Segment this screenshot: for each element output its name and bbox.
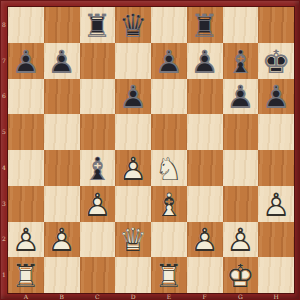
square-d4[interactable]: ♟♙ [115, 150, 151, 186]
white-bishop-outline: ♗ [155, 189, 184, 221]
black-bishop[interactable]: ♝♗ [80, 150, 116, 186]
square-g4[interactable] [223, 150, 259, 186]
file-label-a: A [8, 293, 44, 300]
white-pawn-outline: ♙ [119, 153, 148, 185]
white-pawn[interactable]: ♟♙ [80, 186, 116, 222]
file-labels: ABCDEFGH [8, 293, 294, 300]
white-pawn[interactable]: ♟♙ [115, 150, 151, 186]
square-e1[interactable]: ♜♖ [151, 257, 187, 293]
square-d2[interactable]: ♛♕ [115, 222, 151, 258]
square-b5[interactable] [44, 114, 80, 150]
square-c3[interactable]: ♟♙ [80, 186, 116, 222]
square-c6[interactable] [80, 79, 116, 115]
rank-label-5: 5 [0, 114, 8, 150]
square-d8[interactable]: ♛♕ [115, 7, 151, 43]
file-label-f: F [187, 293, 223, 300]
square-c4[interactable]: ♝♗ [80, 150, 116, 186]
square-e5[interactable] [151, 114, 187, 150]
white-rook-outline: ♖ [155, 260, 184, 292]
square-b2[interactable]: ♟♙ [44, 222, 80, 258]
black-rook-outline: ♖ [190, 10, 219, 42]
white-knight[interactable]: ♞♘ [151, 150, 187, 186]
square-b7[interactable]: ♟♙ [44, 43, 80, 79]
square-f4[interactable] [187, 150, 223, 186]
black-pawn[interactable]: ♟♙ [8, 43, 44, 79]
square-b8[interactable] [44, 7, 80, 43]
black-pawn-outline: ♙ [226, 81, 255, 113]
chess-board[interactable]: ♜♖♛♕♜♖♟♙♟♙♟♙♟♙♝♗♚♔♟♙♟♙♟♙♝♗♟♙♞♘♟♙♝♗♟♙♟♙♟♙… [8, 7, 294, 293]
rank-label-6: 6 [0, 79, 8, 115]
black-pawn[interactable]: ♟♙ [151, 43, 187, 79]
square-e7[interactable]: ♟♙ [151, 43, 187, 79]
square-c7[interactable] [80, 43, 116, 79]
square-d7[interactable] [115, 43, 151, 79]
square-c2[interactable] [80, 222, 116, 258]
black-pawn-outline: ♙ [47, 46, 76, 78]
square-f1[interactable] [187, 257, 223, 293]
square-h1[interactable] [258, 257, 294, 293]
white-king[interactable]: ♚♔ [223, 257, 259, 293]
rank-label-8: 8 [0, 7, 8, 43]
white-rook[interactable]: ♜♖ [151, 257, 187, 293]
file-label-g: G [223, 293, 259, 300]
black-bishop[interactable]: ♝♗ [223, 43, 259, 79]
rank-label-3: 3 [0, 186, 8, 222]
square-a1[interactable]: ♜♖ [8, 257, 44, 293]
white-rook-outline: ♖ [12, 260, 41, 292]
white-pawn-outline: ♙ [190, 224, 219, 256]
white-pawn-outline: ♙ [83, 189, 112, 221]
square-e4[interactable]: ♞♘ [151, 150, 187, 186]
black-king-outline: ♔ [262, 46, 291, 78]
square-a4[interactable] [8, 150, 44, 186]
square-g1[interactable]: ♚♔ [223, 257, 259, 293]
file-label-e: E [151, 293, 187, 300]
black-pawn-outline: ♙ [190, 46, 219, 78]
square-g8[interactable] [223, 7, 259, 43]
square-a5[interactable] [8, 114, 44, 150]
black-pawn[interactable]: ♟♙ [115, 79, 151, 115]
black-queen-outline: ♕ [119, 10, 148, 42]
square-e3[interactable]: ♝♗ [151, 186, 187, 222]
black-pawn-outline: ♙ [262, 81, 291, 113]
rank-label-7: 7 [0, 43, 8, 79]
white-king-outline: ♔ [226, 260, 255, 292]
square-a2[interactable]: ♟♙ [8, 222, 44, 258]
file-label-b: B [44, 293, 80, 300]
square-c1[interactable] [80, 257, 116, 293]
square-b3[interactable] [44, 186, 80, 222]
board-frame: 87654321 ♜♖♛♕♜♖♟♙♟♙♟♙♟♙♝♗♚♔♟♙♟♙♟♙♝♗♟♙♞♘♟… [0, 0, 300, 300]
black-rook-outline: ♖ [83, 10, 112, 42]
black-pawn-outline: ♙ [155, 46, 184, 78]
square-f6[interactable] [187, 79, 223, 115]
file-label-h: H [258, 293, 294, 300]
square-f7[interactable]: ♟♙ [187, 43, 223, 79]
black-rook[interactable]: ♜♖ [187, 7, 223, 43]
square-h8[interactable] [258, 7, 294, 43]
black-bishop-outline: ♗ [226, 46, 255, 78]
square-d3[interactable] [115, 186, 151, 222]
square-c8[interactable]: ♜♖ [80, 7, 116, 43]
square-h7[interactable]: ♚♔ [258, 43, 294, 79]
square-a3[interactable] [8, 186, 44, 222]
square-c5[interactable] [80, 114, 116, 150]
square-g6[interactable]: ♟♙ [223, 79, 259, 115]
white-pawn-outline: ♙ [262, 189, 291, 221]
square-h6[interactable]: ♟♙ [258, 79, 294, 115]
white-rook[interactable]: ♜♖ [8, 257, 44, 293]
square-a6[interactable] [8, 79, 44, 115]
square-f2[interactable]: ♟♙ [187, 222, 223, 258]
square-b6[interactable] [44, 79, 80, 115]
black-pawn[interactable]: ♟♙ [44, 43, 80, 79]
square-h4[interactable] [258, 150, 294, 186]
square-g5[interactable] [223, 114, 259, 150]
square-f5[interactable] [187, 114, 223, 150]
white-queen-outline: ♕ [119, 224, 148, 256]
black-pawn[interactable]: ♟♙ [223, 79, 259, 115]
black-king[interactable]: ♚♔ [258, 43, 294, 79]
rank-label-1: 1 [0, 257, 8, 293]
black-queen[interactable]: ♛♕ [115, 7, 151, 43]
square-h3[interactable]: ♟♙ [258, 186, 294, 222]
square-g3[interactable] [223, 186, 259, 222]
file-label-d: D [115, 293, 151, 300]
square-h5[interactable] [258, 114, 294, 150]
rank-label-2: 2 [0, 222, 8, 258]
square-e8[interactable] [151, 7, 187, 43]
square-h2[interactable] [258, 222, 294, 258]
black-pawn-outline: ♙ [12, 46, 41, 78]
square-e2[interactable] [151, 222, 187, 258]
white-knight-outline: ♘ [155, 153, 184, 185]
rank-labels: 87654321 [0, 7, 8, 293]
black-pawn[interactable]: ♟♙ [187, 43, 223, 79]
square-a8[interactable] [8, 7, 44, 43]
white-pawn[interactable]: ♟♙ [44, 222, 80, 258]
white-pawn-outline: ♙ [47, 224, 76, 256]
black-bishop-outline: ♗ [83, 153, 112, 185]
square-b1[interactable] [44, 257, 80, 293]
white-pawn[interactable]: ♟♙ [258, 186, 294, 222]
square-f3[interactable] [187, 186, 223, 222]
white-pawn-outline: ♙ [12, 224, 41, 256]
white-pawn[interactable]: ♟♙ [8, 222, 44, 258]
square-b4[interactable] [44, 150, 80, 186]
white-pawn-outline: ♙ [226, 224, 255, 256]
square-g7[interactable]: ♝♗ [223, 43, 259, 79]
square-g2[interactable]: ♟♙ [223, 222, 259, 258]
square-a7[interactable]: ♟♙ [8, 43, 44, 79]
square-d1[interactable] [115, 257, 151, 293]
white-pawn[interactable]: ♟♙ [187, 222, 223, 258]
white-bishop[interactable]: ♝♗ [151, 186, 187, 222]
square-d6[interactable]: ♟♙ [115, 79, 151, 115]
file-label-c: C [80, 293, 116, 300]
black-rook[interactable]: ♜♖ [80, 7, 116, 43]
white-queen[interactable]: ♛♕ [115, 222, 151, 258]
square-e6[interactable] [151, 79, 187, 115]
square-d5[interactable] [115, 114, 151, 150]
rank-label-4: 4 [0, 150, 8, 186]
black-pawn[interactable]: ♟♙ [258, 79, 294, 115]
square-f8[interactable]: ♜♖ [187, 7, 223, 43]
white-pawn[interactable]: ♟♙ [223, 222, 259, 258]
black-pawn-outline: ♙ [119, 81, 148, 113]
